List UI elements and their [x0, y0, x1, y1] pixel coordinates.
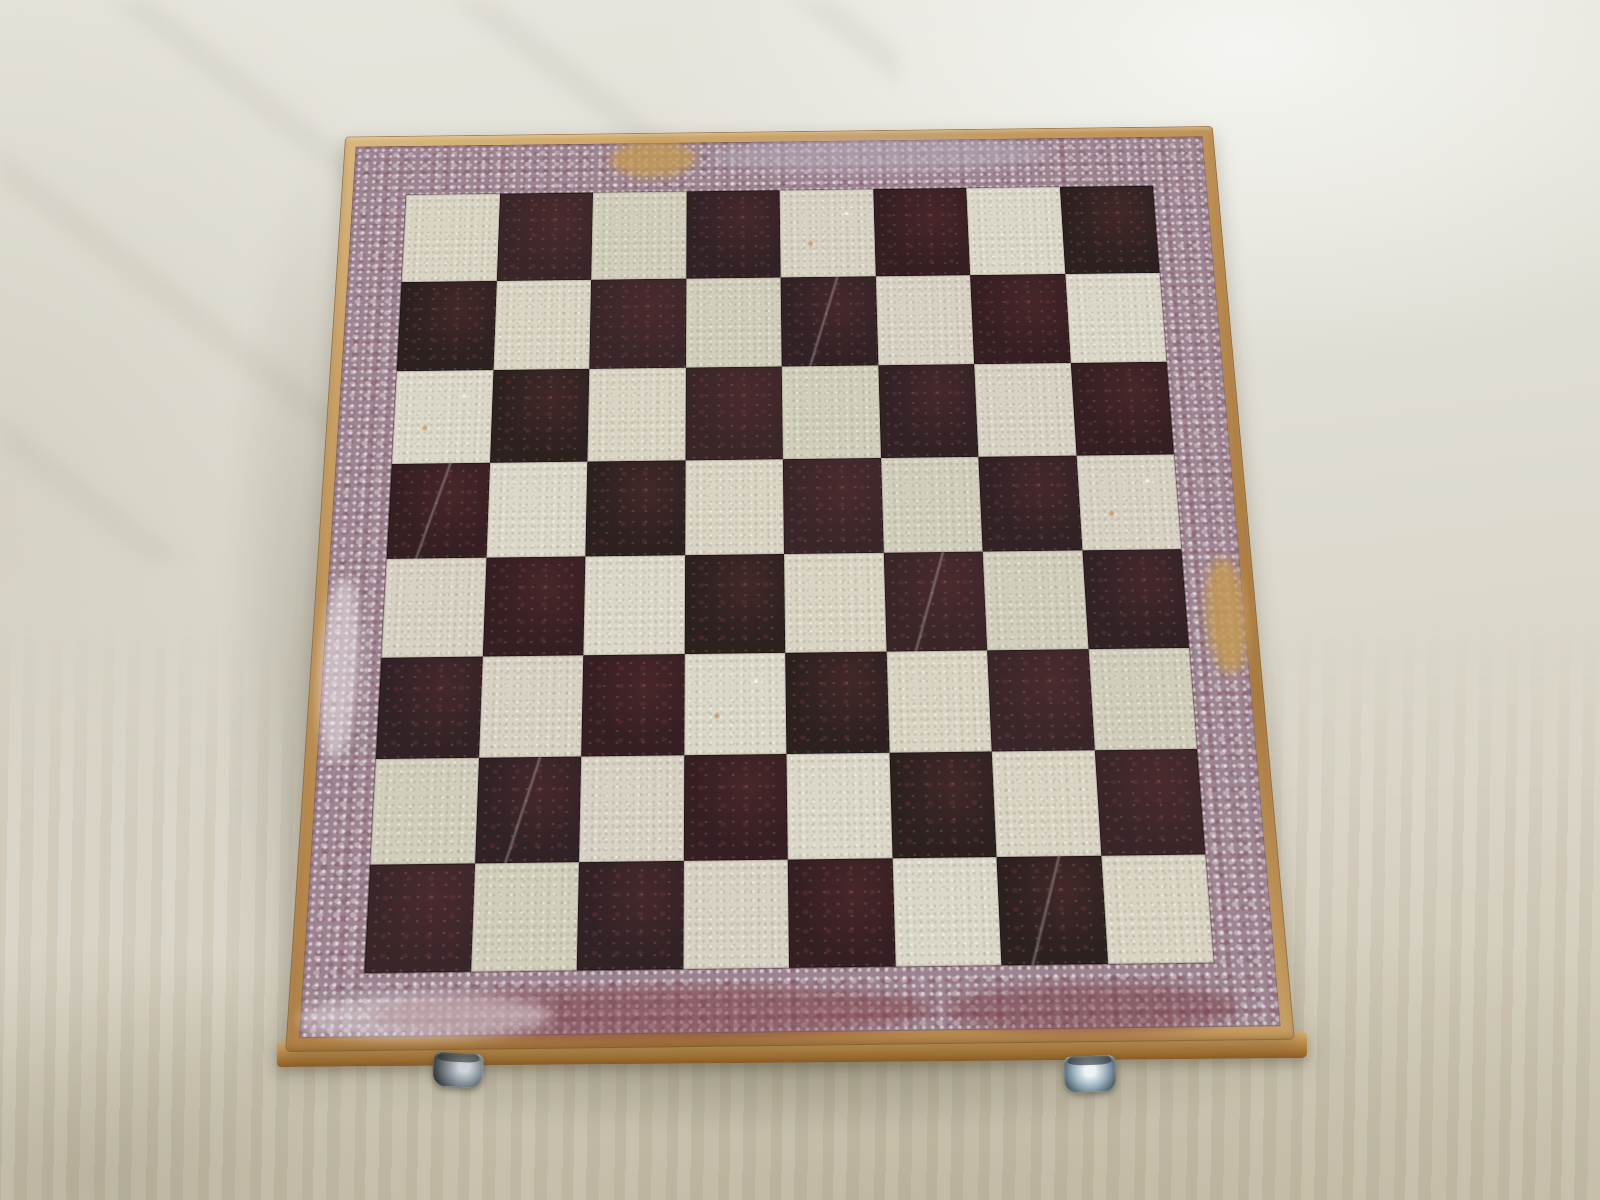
square-g7: [970, 274, 1070, 365]
square-h4: [1082, 549, 1189, 649]
square-c1: [577, 860, 684, 970]
square-g8: [966, 187, 1065, 275]
square-h2: [1094, 749, 1205, 855]
square-f5: [881, 456, 983, 552]
square-c4: [583, 555, 684, 655]
square-f1: [892, 857, 1001, 967]
square-a7: [397, 281, 497, 372]
square-c5: [585, 460, 685, 556]
square-c7: [589, 278, 686, 369]
square-d2: [683, 754, 787, 860]
square-c3: [581, 654, 684, 757]
square-b5: [486, 461, 587, 557]
square-e4: [784, 553, 886, 653]
wood-frame: [285, 126, 1295, 1052]
square-d1: [683, 859, 789, 969]
square-g2: [992, 750, 1101, 856]
square-b3: [479, 655, 584, 758]
marble-red-patch-bottom-right: [945, 982, 1241, 1036]
square-e2: [786, 753, 892, 859]
square-d3: [684, 652, 787, 755]
square-g1: [996, 855, 1107, 965]
square-f4: [883, 552, 987, 652]
square-a4: [381, 558, 486, 658]
square-e8: [780, 189, 876, 277]
chess-board: [285, 126, 1295, 1052]
square-d8: [686, 190, 781, 278]
square-e3: [785, 651, 889, 754]
square-e5: [783, 458, 883, 554]
square-g5: [978, 455, 1082, 551]
square-g4: [983, 550, 1088, 650]
square-a6: [392, 370, 493, 464]
square-a8: [402, 194, 500, 282]
square-b8: [496, 193, 593, 281]
square-e6: [782, 365, 881, 458]
square-a3: [376, 656, 482, 759]
square-b2: [475, 757, 582, 863]
square-h1: [1101, 854, 1214, 964]
square-d4: [684, 554, 785, 654]
square-f3: [886, 650, 992, 753]
hinge-right: [1063, 1055, 1116, 1093]
hinge-left: [432, 1052, 484, 1089]
square-a5: [387, 462, 490, 559]
square-d6: [685, 366, 783, 459]
square-h8: [1059, 186, 1159, 274]
marble-border: [299, 136, 1281, 1038]
square-h5: [1076, 454, 1181, 550]
marble-tan-patch-top: [609, 140, 694, 177]
square-b6: [490, 369, 590, 462]
square-b7: [493, 279, 591, 370]
marble-tan-patch-right: [1201, 557, 1252, 675]
square-f8: [873, 188, 970, 276]
square-h3: [1088, 647, 1197, 750]
square-g3: [987, 649, 1094, 752]
square-a2: [370, 758, 478, 864]
square-b4: [482, 556, 585, 656]
square-c8: [591, 191, 686, 279]
square-b1: [471, 862, 579, 972]
marble-lavender-patch-top: [711, 136, 1051, 175]
square-c2: [579, 755, 684, 861]
square-a1: [364, 863, 474, 973]
square-f7: [875, 275, 974, 366]
square-d5: [685, 459, 784, 555]
square-c6: [587, 368, 685, 461]
square-h6: [1070, 362, 1173, 455]
board-grid: [364, 186, 1213, 973]
square-e1: [788, 858, 895, 968]
square-f2: [889, 751, 996, 857]
square-d7: [685, 277, 781, 368]
square-f6: [878, 364, 978, 457]
marble-white-patch-left: [314, 577, 365, 761]
square-e7: [781, 276, 878, 367]
square-h7: [1065, 272, 1167, 363]
square-g6: [974, 363, 1076, 456]
